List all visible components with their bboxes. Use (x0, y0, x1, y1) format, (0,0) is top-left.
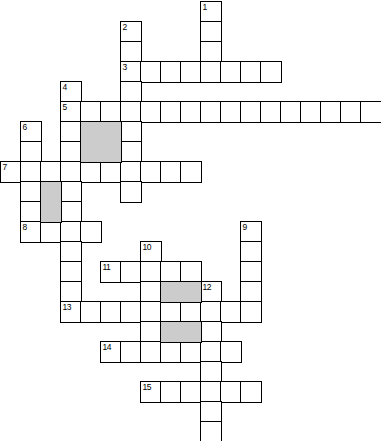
cell-r15c6[interactable] (120, 301, 142, 323)
cell-r13c6[interactable] (120, 261, 142, 283)
cell-r1c10[interactable] (200, 21, 222, 43)
cell-r5c9[interactable] (180, 101, 202, 123)
cell-r3c7[interactable] (140, 61, 162, 83)
cell-r4c6[interactable] (120, 81, 142, 103)
blocked-region-4 (160, 321, 202, 343)
cell-r3c13[interactable] (260, 61, 282, 83)
cell-r8c9[interactable] (180, 161, 202, 183)
cell-r17c11[interactable] (220, 341, 242, 363)
cell-r3c10[interactable] (200, 61, 222, 83)
cell-r17c5[interactable]: 14 (100, 341, 122, 363)
cell-r15c4[interactable] (80, 301, 102, 323)
clue-number-4: 4 (63, 83, 67, 92)
cell-r15c9[interactable] (180, 301, 202, 323)
cell-r5c16[interactable] (320, 101, 342, 123)
clue-number-15: 15 (143, 383, 151, 392)
cell-r5c6[interactable] (120, 101, 142, 123)
cell-r14c12[interactable] (240, 281, 262, 303)
cell-r6c1[interactable]: 6 (20, 121, 42, 143)
cell-r8c7[interactable] (140, 161, 162, 183)
crossword-board: 123456789101112131415 (0, 0, 381, 441)
clue-number-12: 12 (203, 283, 211, 292)
clue-number-11: 11 (103, 263, 111, 272)
cell-r17c8[interactable] (160, 341, 182, 363)
cell-r5c7[interactable] (140, 101, 162, 123)
cell-r8c1[interactable] (20, 161, 42, 183)
cell-r5c4[interactable] (80, 101, 102, 123)
cell-r3c6[interactable]: 3 (120, 61, 142, 83)
blocked-region-2 (40, 181, 62, 223)
cell-r17c6[interactable] (120, 341, 142, 363)
cell-r15c8[interactable] (160, 301, 182, 323)
cell-r11c12[interactable]: 9 (240, 221, 262, 243)
cell-r8c6[interactable] (120, 161, 142, 183)
cell-r19c11[interactable] (220, 381, 242, 403)
cell-r21c10[interactable] (200, 421, 222, 441)
cell-r13c9[interactable] (180, 261, 202, 283)
cell-r0c10[interactable]: 1 (200, 1, 222, 23)
cell-r1c6[interactable]: 2 (120, 21, 142, 43)
cell-r15c10[interactable] (200, 301, 222, 323)
clue-number-7: 7 (3, 163, 7, 172)
cell-r13c3[interactable] (60, 261, 82, 283)
cell-r7c3[interactable] (60, 141, 82, 163)
cell-r5c12[interactable] (240, 101, 262, 123)
cell-r13c7[interactable] (140, 261, 162, 283)
cell-r19c12[interactable] (240, 381, 262, 403)
clue-number-3: 3 (123, 63, 127, 72)
cell-r3c12[interactable] (240, 61, 262, 83)
cell-r4c3[interactable]: 4 (60, 81, 82, 103)
cell-r12c7[interactable]: 10 (140, 241, 162, 263)
cell-r2c6[interactable] (120, 41, 142, 63)
cell-r12c12[interactable] (240, 241, 262, 263)
cell-r19c10[interactable] (200, 381, 222, 403)
cell-r17c9[interactable] (180, 341, 202, 363)
cell-r8c4[interactable] (80, 161, 102, 183)
cell-r19c9[interactable] (180, 381, 202, 403)
cell-r11c1[interactable]: 8 (20, 221, 42, 243)
cell-r15c7[interactable] (140, 301, 162, 323)
cell-r2c10[interactable] (200, 41, 222, 63)
cell-r6c3[interactable] (60, 121, 82, 143)
cell-r15c3[interactable]: 13 (60, 301, 82, 323)
cell-r12c3[interactable] (60, 241, 82, 263)
blocked-region-1 (80, 121, 122, 163)
cell-r16c7[interactable] (140, 321, 162, 343)
cell-r14c3[interactable] (60, 281, 82, 303)
cell-r9c1[interactable] (20, 181, 42, 203)
clue-number-13: 13 (63, 303, 71, 312)
cell-r20c10[interactable] (200, 401, 222, 423)
cell-r19c8[interactable] (160, 381, 182, 403)
clue-number-2: 2 (123, 23, 127, 32)
cell-r18c10[interactable] (200, 361, 222, 383)
cell-r5c15[interactable] (300, 101, 322, 123)
cell-r3c9[interactable] (180, 61, 202, 83)
cell-r8c2[interactable] (40, 161, 62, 183)
cell-r5c13[interactable] (260, 101, 282, 123)
cell-r11c2[interactable] (40, 221, 62, 243)
cell-r5c17[interactable] (340, 101, 362, 123)
cell-r15c5[interactable] (100, 301, 122, 323)
cell-r6c6[interactable] (120, 121, 142, 143)
cell-r15c12[interactable] (240, 301, 262, 323)
cell-r13c8[interactable] (160, 261, 182, 283)
cell-r13c5[interactable]: 11 (100, 261, 122, 283)
cell-r8c5[interactable] (100, 161, 122, 183)
cell-r5c10[interactable] (200, 101, 222, 123)
cell-r9c3[interactable] (60, 181, 82, 203)
cell-r10c3[interactable] (60, 201, 82, 223)
cell-r5c3[interactable]: 5 (60, 101, 82, 123)
cell-r10c1[interactable] (20, 201, 42, 223)
clue-number-5: 5 (63, 103, 67, 112)
clue-number-8: 8 (23, 223, 27, 232)
cell-r5c11[interactable] (220, 101, 242, 123)
cell-r8c0[interactable]: 7 (0, 161, 22, 183)
cell-r5c8[interactable] (160, 101, 182, 123)
cell-r8c3[interactable] (60, 161, 82, 183)
cell-r3c11[interactable] (220, 61, 242, 83)
clue-number-14: 14 (103, 343, 111, 352)
cell-r14c10[interactable]: 12 (200, 281, 222, 303)
clue-number-9: 9 (243, 223, 247, 232)
cell-r19c7[interactable]: 15 (140, 381, 162, 403)
clue-number-10: 10 (143, 243, 151, 252)
cell-r15c11[interactable] (220, 301, 242, 323)
cell-r5c14[interactable] (280, 101, 302, 123)
cell-r16c10[interactable] (200, 321, 222, 343)
cell-r9c6[interactable] (120, 181, 142, 203)
blocked-region-3 (160, 281, 202, 303)
cell-r5c18[interactable] (360, 101, 381, 123)
cell-r5c5[interactable] (100, 101, 122, 123)
cell-r13c12[interactable] (240, 261, 262, 283)
cell-r14c7[interactable] (140, 281, 162, 303)
cell-r7c1[interactable] (20, 141, 42, 163)
clue-number-1: 1 (203, 3, 207, 12)
cell-r17c10[interactable] (200, 341, 222, 363)
cell-r8c8[interactable] (160, 161, 182, 183)
cell-r11c4[interactable] (80, 221, 102, 243)
cell-r3c8[interactable] (160, 61, 182, 83)
cell-r7c6[interactable] (120, 141, 142, 163)
cell-r17c7[interactable] (140, 341, 162, 363)
clue-number-6: 6 (23, 123, 27, 132)
cell-r11c3[interactable] (60, 221, 82, 243)
